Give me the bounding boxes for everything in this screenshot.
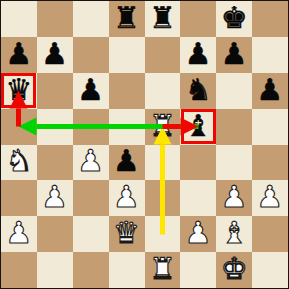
- square-e4[interactable]: [145, 145, 181, 181]
- square-a1[interactable]: [1, 252, 37, 288]
- piece-black-pawn[interactable]: ♟: [77, 75, 104, 105]
- square-g3[interactable]: ♟: [216, 180, 252, 216]
- square-g5[interactable]: [216, 109, 252, 145]
- chess-board: ♜♜♚♟♟♟♟♛♟♞♟♜♝♞♟♟♟♟♟♟♟♛♟♝♜♚: [0, 0, 289, 289]
- square-b6[interactable]: [37, 73, 73, 109]
- square-e8[interactable]: ♜: [145, 1, 181, 37]
- square-f1[interactable]: [180, 252, 216, 288]
- piece-white-pawn[interactable]: ♟: [221, 182, 248, 212]
- square-a7[interactable]: ♟: [1, 37, 37, 73]
- square-a8[interactable]: [1, 1, 37, 37]
- square-h5[interactable]: [252, 109, 288, 145]
- piece-white-pawn[interactable]: ♟: [257, 182, 284, 212]
- piece-black-bishop[interactable]: ♝: [185, 111, 212, 141]
- square-g6[interactable]: [216, 73, 252, 109]
- piece-white-knight[interactable]: ♞: [5, 146, 32, 176]
- square-d1[interactable]: [109, 252, 145, 288]
- piece-black-pawn[interactable]: ♟: [221, 39, 248, 69]
- square-c3[interactable]: [73, 180, 109, 216]
- square-f4[interactable]: [180, 145, 216, 181]
- piece-white-pawn[interactable]: ♟: [5, 218, 32, 248]
- square-c5[interactable]: [73, 109, 109, 145]
- piece-black-pawn[interactable]: ♟: [185, 39, 212, 69]
- square-b5[interactable]: [37, 109, 73, 145]
- piece-white-queen[interactable]: ♛: [113, 218, 140, 248]
- square-e7[interactable]: [145, 37, 181, 73]
- square-f8[interactable]: [180, 1, 216, 37]
- square-b8[interactable]: [37, 1, 73, 37]
- piece-white-rook[interactable]: ♜: [149, 254, 176, 284]
- piece-black-pawn[interactable]: ♟: [257, 75, 284, 105]
- square-h2[interactable]: [252, 216, 288, 252]
- square-f3[interactable]: [180, 180, 216, 216]
- piece-white-pawn[interactable]: ♟: [77, 146, 104, 176]
- square-d7[interactable]: [109, 37, 145, 73]
- square-f7[interactable]: ♟: [180, 37, 216, 73]
- piece-black-rook[interactable]: ♜: [113, 3, 140, 33]
- piece-white-king[interactable]: ♚: [221, 254, 248, 284]
- square-a2[interactable]: ♟: [1, 216, 37, 252]
- square-a5[interactable]: [1, 109, 37, 145]
- piece-white-pawn[interactable]: ♟: [41, 182, 68, 212]
- square-c2[interactable]: [73, 216, 109, 252]
- square-h8[interactable]: [252, 1, 288, 37]
- square-d6[interactable]: [109, 73, 145, 109]
- square-c6[interactable]: ♟: [73, 73, 109, 109]
- square-f5[interactable]: ♝: [180, 109, 216, 145]
- square-c1[interactable]: [73, 252, 109, 288]
- piece-black-knight[interactable]: ♞: [185, 75, 212, 105]
- square-b1[interactable]: [37, 252, 73, 288]
- square-h7[interactable]: [252, 37, 288, 73]
- square-d8[interactable]: ♜: [109, 1, 145, 37]
- square-a3[interactable]: [1, 180, 37, 216]
- square-g4[interactable]: [216, 145, 252, 181]
- square-b7[interactable]: ♟: [37, 37, 73, 73]
- piece-black-pawn[interactable]: ♟: [113, 146, 140, 176]
- square-c4[interactable]: ♟: [73, 145, 109, 181]
- square-a4[interactable]: ♞: [1, 145, 37, 181]
- piece-white-pawn[interactable]: ♟: [185, 218, 212, 248]
- chess-board-wrapper: ♜♜♚♟♟♟♟♛♟♞♟♜♝♞♟♟♟♟♟♟♟♛♟♝♜♚: [0, 0, 289, 289]
- square-h1[interactable]: [252, 252, 288, 288]
- piece-white-rook[interactable]: ♜: [149, 111, 176, 141]
- square-g8[interactable]: ♚: [216, 1, 252, 37]
- piece-black-king[interactable]: ♚: [221, 3, 248, 33]
- square-c7[interactable]: [73, 37, 109, 73]
- square-e6[interactable]: [145, 73, 181, 109]
- piece-white-bishop[interactable]: ♝: [221, 218, 248, 248]
- square-d4[interactable]: ♟: [109, 145, 145, 181]
- square-g2[interactable]: ♝: [216, 216, 252, 252]
- square-e2[interactable]: [145, 216, 181, 252]
- piece-black-rook[interactable]: ♜: [149, 3, 176, 33]
- square-b3[interactable]: ♟: [37, 180, 73, 216]
- square-g7[interactable]: ♟: [216, 37, 252, 73]
- square-d3[interactable]: ♟: [109, 180, 145, 216]
- square-d2[interactable]: ♛: [109, 216, 145, 252]
- square-h6[interactable]: ♟: [252, 73, 288, 109]
- piece-white-pawn[interactable]: ♟: [113, 182, 140, 212]
- square-f2[interactable]: ♟: [180, 216, 216, 252]
- square-e3[interactable]: [145, 180, 181, 216]
- square-h4[interactable]: [252, 145, 288, 181]
- piece-black-queen[interactable]: ♛: [5, 75, 32, 105]
- square-h3[interactable]: ♟: [252, 180, 288, 216]
- piece-black-pawn[interactable]: ♟: [5, 39, 32, 69]
- square-d5[interactable]: [109, 109, 145, 145]
- square-b2[interactable]: [37, 216, 73, 252]
- piece-black-pawn[interactable]: ♟: [41, 39, 68, 69]
- square-c8[interactable]: [73, 1, 109, 37]
- square-g1[interactable]: ♚: [216, 252, 252, 288]
- square-e5[interactable]: ♜: [145, 109, 181, 145]
- square-e1[interactable]: ♜: [145, 252, 181, 288]
- square-a6[interactable]: ♛: [1, 73, 37, 109]
- square-f6[interactable]: ♞: [180, 73, 216, 109]
- square-b4[interactable]: [37, 145, 73, 181]
